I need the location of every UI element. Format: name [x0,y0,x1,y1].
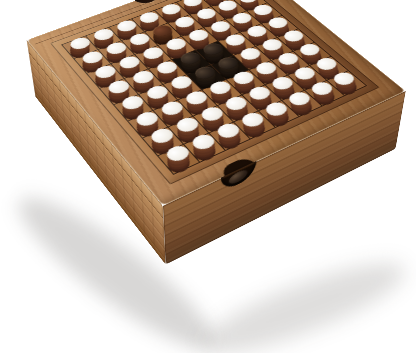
board-top-face [27,0,406,206]
game-box [35,15,395,264]
scene [0,0,416,353]
product-photo-canvas [0,0,416,353]
